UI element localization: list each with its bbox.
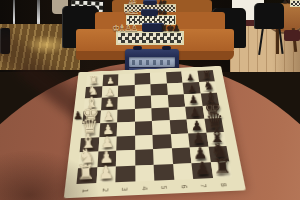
piece-white-pawn[interactable]: ♟ bbox=[102, 76, 118, 85]
square-a4[interactable] bbox=[135, 164, 155, 181]
square-g3[interactable] bbox=[118, 85, 134, 97]
square-e5[interactable] bbox=[151, 107, 169, 121]
piece-black-rook[interactable]: ♜ bbox=[212, 156, 232, 177]
coordinate-label: 5 bbox=[158, 179, 171, 197]
coordinate-label: 3 bbox=[119, 180, 132, 198]
square-d3[interactable] bbox=[117, 122, 135, 136]
square-a3[interactable] bbox=[115, 165, 134, 182]
piece-black-pawn[interactable]: ♟ bbox=[182, 73, 198, 82]
piece-white-pawn[interactable]: ♟ bbox=[100, 98, 117, 110]
square-b3[interactable] bbox=[116, 150, 135, 166]
square-h5[interactable] bbox=[150, 72, 167, 84]
piece-black-pawn[interactable]: ♟ bbox=[192, 160, 212, 178]
chessboard: ♜♟♟♜♞♟♟♞♝♟♟♝♚♟♟♚♛♟♟♛♝♟♟♝♞♟♟♞♜♟♟♜ bbox=[76, 70, 232, 184]
coordinate-label: 8 bbox=[216, 176, 231, 194]
piece-white-pawn[interactable]: ♟ bbox=[101, 87, 118, 97]
square-f5[interactable] bbox=[151, 95, 168, 108]
coordinate-label: 4 bbox=[138, 180, 151, 198]
square-g5[interactable] bbox=[150, 83, 167, 95]
square-b5[interactable] bbox=[153, 148, 173, 164]
piece-white-pawn[interactable]: ♟ bbox=[95, 164, 115, 182]
coordinate-label: 7 bbox=[197, 177, 212, 195]
square-h3[interactable] bbox=[118, 73, 134, 85]
coordinate-label: 6 bbox=[177, 178, 191, 196]
square-g4[interactable] bbox=[134, 84, 151, 96]
square-c6[interactable] bbox=[170, 133, 189, 148]
piece-white-pawn[interactable]: ♟ bbox=[99, 110, 117, 123]
square-a5[interactable] bbox=[154, 164, 174, 181]
square-f3[interactable] bbox=[118, 96, 135, 109]
square-f6[interactable] bbox=[167, 94, 185, 107]
piece-black-pawn[interactable]: ♟ bbox=[186, 106, 204, 119]
square-d6[interactable] bbox=[169, 119, 188, 133]
square-c5[interactable] bbox=[152, 134, 171, 149]
square-e4[interactable] bbox=[134, 108, 151, 122]
square-b6[interactable] bbox=[171, 147, 191, 163]
square-c4[interactable] bbox=[135, 135, 153, 150]
piece-black-pawn[interactable]: ♟ bbox=[183, 83, 200, 93]
square-h2[interactable]: ♟ bbox=[102, 74, 118, 86]
square-a6[interactable] bbox=[173, 163, 194, 180]
square-d4[interactable] bbox=[134, 121, 152, 135]
square-h7[interactable]: ♟ bbox=[181, 71, 198, 83]
square-a8[interactable]: ♜ bbox=[210, 161, 232, 178]
square-e3[interactable] bbox=[117, 109, 134, 123]
square-h4[interactable] bbox=[134, 73, 150, 85]
square-d5[interactable] bbox=[152, 120, 170, 134]
square-h6[interactable] bbox=[166, 71, 183, 83]
coordinate-label: 2 bbox=[99, 181, 112, 199]
square-b4[interactable] bbox=[135, 149, 154, 165]
chess-club-photo: ♙♔ ♟♚ ♔♙♙ ♚♟ ♔♗♙♙ ♜♚♟ ♟♚♟ ♜♟♟♜♞♟♟♞♝♟♟♝♚♟… bbox=[0, 0, 300, 200]
square-a7[interactable]: ♟ bbox=[191, 162, 212, 179]
square-a2[interactable]: ♟ bbox=[96, 166, 116, 183]
square-e6[interactable] bbox=[168, 106, 186, 120]
square-g2[interactable]: ♟ bbox=[101, 85, 118, 97]
piece-black-pawn[interactable]: ♟ bbox=[185, 94, 202, 106]
square-g6[interactable] bbox=[166, 83, 183, 95]
square-f4[interactable] bbox=[134, 96, 151, 109]
square-c3[interactable] bbox=[116, 135, 134, 150]
